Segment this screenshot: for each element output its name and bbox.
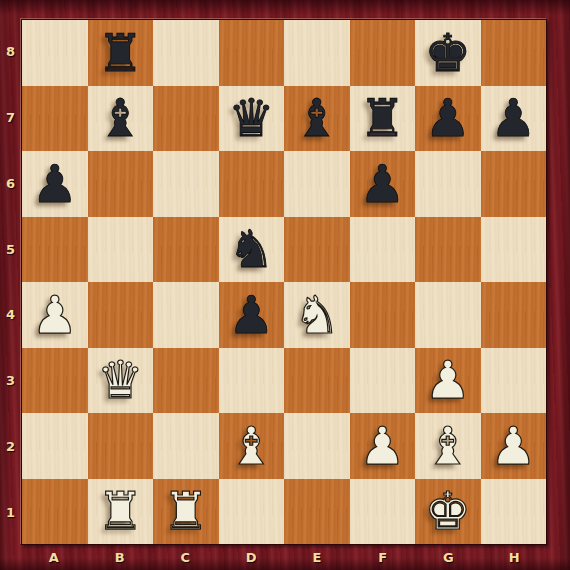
square-f2[interactable]: ♟ [350,413,416,479]
square-c6[interactable] [153,151,219,217]
chessboard-frame: ♜♚♝♛♝♜♟♟♟♟♞♟♟♞♛♟♝♟♝♟♜♜♚ 87654321 ABCDEFG… [0,0,570,570]
piece-white-bishop[interactable]: ♝ [228,420,275,472]
file-label-d: D [218,545,284,570]
square-b7[interactable]: ♝ [88,86,154,152]
file-label-c: C [153,545,219,570]
square-d7[interactable]: ♛ [219,86,285,152]
rank-label-3: 3 [0,348,21,414]
piece-white-pawn[interactable]: ♟ [424,354,471,406]
rank-label-8: 8 [0,19,21,85]
square-d4[interactable]: ♟ [219,282,285,348]
square-f4[interactable] [350,282,416,348]
piece-white-pawn[interactable]: ♟ [359,420,406,472]
square-g5[interactable] [415,217,481,283]
square-a6[interactable]: ♟ [22,151,88,217]
square-f8[interactable] [350,20,416,86]
square-g4[interactable] [415,282,481,348]
rank-label-1: 1 [0,479,21,545]
square-e3[interactable] [284,348,350,414]
square-b1[interactable]: ♜ [88,479,154,545]
file-label-a: A [21,545,87,570]
square-d6[interactable] [219,151,285,217]
rank-labels: 87654321 [0,19,21,545]
square-f7[interactable]: ♜ [350,86,416,152]
piece-black-pawn[interactable]: ♟ [359,158,406,210]
piece-white-knight[interactable]: ♞ [293,289,340,341]
square-g7[interactable]: ♟ [415,86,481,152]
piece-black-pawn[interactable]: ♟ [424,92,471,144]
square-h3[interactable] [481,348,547,414]
square-h8[interactable] [481,20,547,86]
square-f1[interactable] [350,479,416,545]
piece-black-pawn[interactable]: ♟ [31,158,78,210]
piece-black-queen[interactable]: ♛ [228,92,275,144]
square-b8[interactable]: ♜ [88,20,154,86]
piece-white-bishop[interactable]: ♝ [424,420,471,472]
square-a3[interactable] [22,348,88,414]
square-a2[interactable] [22,413,88,479]
file-labels: ABCDEFGH [21,545,547,570]
piece-black-king[interactable]: ♚ [424,27,471,79]
square-e2[interactable] [284,413,350,479]
piece-black-pawn[interactable]: ♟ [490,92,537,144]
square-a1[interactable] [22,479,88,545]
square-c3[interactable] [153,348,219,414]
square-e1[interactable] [284,479,350,545]
square-d8[interactable] [219,20,285,86]
file-label-f: F [350,545,416,570]
square-g3[interactable]: ♟ [415,348,481,414]
square-e5[interactable] [284,217,350,283]
square-h5[interactable] [481,217,547,283]
square-c8[interactable] [153,20,219,86]
square-d5[interactable]: ♞ [219,217,285,283]
square-b4[interactable] [88,282,154,348]
square-a4[interactable]: ♟ [22,282,88,348]
square-a5[interactable] [22,217,88,283]
piece-white-rook[interactable]: ♜ [162,485,209,537]
file-label-h: H [481,545,547,570]
rank-label-5: 5 [0,216,21,282]
piece-white-pawn[interactable]: ♟ [31,289,78,341]
piece-black-pawn[interactable]: ♟ [228,289,275,341]
square-b5[interactable] [88,217,154,283]
square-e7[interactable]: ♝ [284,86,350,152]
square-h4[interactable] [481,282,547,348]
square-d1[interactable] [219,479,285,545]
square-b3[interactable]: ♛ [88,348,154,414]
file-label-g: G [416,545,482,570]
square-h7[interactable]: ♟ [481,86,547,152]
square-h1[interactable] [481,479,547,545]
square-b6[interactable] [88,151,154,217]
piece-black-rook[interactable]: ♜ [359,92,406,144]
square-c4[interactable] [153,282,219,348]
square-a7[interactable] [22,86,88,152]
square-f3[interactable] [350,348,416,414]
square-e6[interactable] [284,151,350,217]
file-label-b: B [87,545,153,570]
square-a8[interactable] [22,20,88,86]
square-d2[interactable]: ♝ [219,413,285,479]
square-b2[interactable] [88,413,154,479]
square-d3[interactable] [219,348,285,414]
rank-label-6: 6 [0,151,21,217]
square-g1[interactable]: ♚ [415,479,481,545]
file-label-e: E [284,545,350,570]
piece-black-bishop[interactable]: ♝ [97,92,144,144]
square-c2[interactable] [153,413,219,479]
square-g8[interactable]: ♚ [415,20,481,86]
piece-white-queen[interactable]: ♛ [97,354,144,406]
piece-black-bishop[interactable]: ♝ [293,92,340,144]
rank-label-2: 2 [0,414,21,480]
piece-white-pawn[interactable]: ♟ [490,420,537,472]
piece-black-knight[interactable]: ♞ [228,223,275,275]
square-f5[interactable] [350,217,416,283]
rank-label-7: 7 [0,85,21,151]
square-c5[interactable] [153,217,219,283]
piece-black-rook[interactable]: ♜ [97,27,144,79]
square-c7[interactable] [153,86,219,152]
square-h2[interactable]: ♟ [481,413,547,479]
piece-white-king[interactable]: ♚ [424,485,471,537]
square-g2[interactable]: ♝ [415,413,481,479]
piece-white-rook[interactable]: ♜ [97,485,144,537]
board: ♜♚♝♛♝♜♟♟♟♟♞♟♟♞♛♟♝♟♝♟♜♜♚ [21,19,547,545]
square-c1[interactable]: ♜ [153,479,219,545]
square-f6[interactable]: ♟ [350,151,416,217]
square-e8[interactable] [284,20,350,86]
rank-label-4: 4 [0,282,21,348]
square-e4[interactable]: ♞ [284,282,350,348]
square-h6[interactable] [481,151,547,217]
square-g6[interactable] [415,151,481,217]
